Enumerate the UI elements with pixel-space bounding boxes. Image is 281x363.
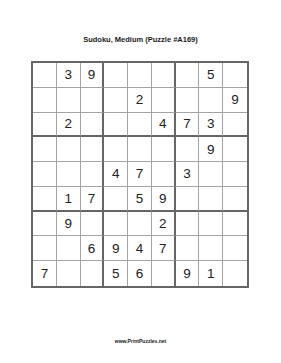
cell-r3c4 [104,113,128,138]
cell-r9c2 [57,261,81,286]
cell-r2c5: 2 [128,88,152,113]
cell-r3c2: 2 [57,113,81,138]
cell-r2c4 [104,88,128,113]
cell-r8c7 [176,236,200,261]
cell-r1c5 [128,63,152,88]
cell-r2c7 [176,88,200,113]
cell-r6c3: 7 [81,187,105,212]
cell-r9c9 [223,261,247,286]
cell-r2c9: 9 [223,88,247,113]
cell-r8c1 [33,236,57,261]
cell-r8c6: 7 [152,236,176,261]
cell-r8c8 [199,236,223,261]
cell-r2c6 [152,88,176,113]
cell-r9c6 [152,261,176,286]
cell-r5c7: 3 [176,162,200,187]
cell-r7c9 [223,212,247,237]
puzzle-page: Sudoku, Medium (Puzzle #A169) 3952924739… [0,0,281,363]
cell-r4c6 [152,137,176,162]
cell-r3c5 [128,113,152,138]
cell-r8c3: 6 [81,236,105,261]
cell-r7c4 [104,212,128,237]
cell-r2c2 [57,88,81,113]
cell-r6c8 [199,187,223,212]
cell-r5c9 [223,162,247,187]
cell-r6c9 [223,187,247,212]
cell-r4c1 [33,137,57,162]
puzzle-title: Sudoku, Medium (Puzzle #A169) [0,35,281,45]
footer-url: www.PrintPuzzles.net [0,338,281,345]
cell-r5c6 [152,162,176,187]
cell-r2c3 [81,88,105,113]
cell-r1c9 [223,63,247,88]
cell-r2c8 [199,88,223,113]
cell-r6c5: 5 [128,187,152,212]
cell-r5c3 [81,162,105,187]
cell-r4c2 [57,137,81,162]
cell-r4c9 [223,137,247,162]
cell-r7c2: 9 [57,212,81,237]
cell-r4c7 [176,137,200,162]
cell-r8c4: 9 [104,236,128,261]
cell-r8c5: 4 [128,236,152,261]
cell-r4c3 [81,137,105,162]
cell-r9c1: 7 [33,261,57,286]
cell-r1c8: 5 [199,63,223,88]
cell-r9c3 [81,261,105,286]
cell-r7c6: 2 [152,212,176,237]
cell-r5c8 [199,162,223,187]
cell-r3c6: 4 [152,113,176,138]
cell-r2c1 [33,88,57,113]
cell-r8c9 [223,236,247,261]
cell-r1c2: 3 [57,63,81,88]
cell-r6c7 [176,187,200,212]
cell-r3c8: 3 [199,113,223,138]
cell-r7c8 [199,212,223,237]
cell-r4c8: 9 [199,137,223,162]
cell-r5c1 [33,162,57,187]
cell-r6c1 [33,187,57,212]
cell-r3c7: 7 [176,113,200,138]
cell-r7c1 [33,212,57,237]
cell-r1c7 [176,63,200,88]
cell-r9c8: 1 [199,261,223,286]
cell-r1c4 [104,63,128,88]
cell-r3c9 [223,113,247,138]
cell-r8c2 [57,236,81,261]
cell-r5c2 [57,162,81,187]
cell-r3c3 [81,113,105,138]
sudoku-board: 3952924739473175992694775691 [31,61,249,288]
cell-r9c4: 5 [104,261,128,286]
cell-r4c4 [104,137,128,162]
cell-r7c7 [176,212,200,237]
cell-r5c5: 7 [128,162,152,187]
cell-r7c3 [81,212,105,237]
cell-r3c1 [33,113,57,138]
cell-r7c5 [128,212,152,237]
cell-r9c5: 6 [128,261,152,286]
cell-r9c7: 9 [176,261,200,286]
cell-r6c4 [104,187,128,212]
cell-r1c1 [33,63,57,88]
cell-r5c4: 4 [104,162,128,187]
cell-r6c2: 1 [57,187,81,212]
cell-r6c6: 9 [152,187,176,212]
cell-r1c3: 9 [81,63,105,88]
cell-r4c5 [128,137,152,162]
cell-r1c6 [152,63,176,88]
